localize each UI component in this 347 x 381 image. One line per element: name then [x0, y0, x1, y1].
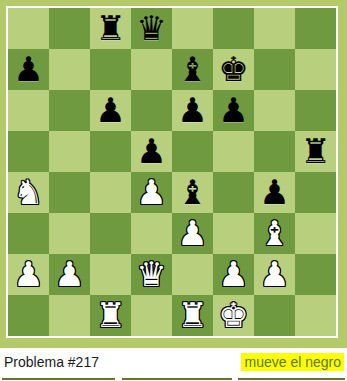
square-b8[interactable]: [49, 8, 90, 49]
piece-black-bishop[interactable]: ♝: [172, 49, 213, 90]
piece-white-rook[interactable]: ♜: [90, 295, 131, 336]
piece-black-pawn[interactable]: ♟: [8, 49, 49, 90]
piece-white-queen[interactable]: ♛: [131, 254, 172, 295]
piece-black-rook[interactable]: ♜: [90, 8, 131, 49]
square-b3[interactable]: [49, 213, 90, 254]
chess-board-frame: ♜♛♟♝♚♟♟♟♟♜♞♟♝♟♟♝♟♟♛♟♟♜♜♚: [0, 0, 347, 348]
square-b4[interactable]: [49, 172, 90, 213]
square-a4[interactable]: ♞: [8, 172, 49, 213]
piece-black-pawn[interactable]: ♟: [254, 172, 295, 213]
piece-white-pawn[interactable]: ♟: [213, 254, 254, 295]
button-top-edge-middle: [122, 378, 232, 380]
button-top-edge-right: [238, 378, 345, 380]
square-h2[interactable]: [295, 254, 336, 295]
piece-black-rook[interactable]: ♜: [295, 131, 336, 172]
square-b2[interactable]: ♟: [49, 254, 90, 295]
square-d4[interactable]: ♟: [131, 172, 172, 213]
square-c5[interactable]: [90, 131, 131, 172]
square-c8[interactable]: ♜: [90, 8, 131, 49]
piece-white-pawn[interactable]: ♟: [254, 254, 295, 295]
square-h5[interactable]: ♜: [295, 131, 336, 172]
piece-black-bishop[interactable]: ♝: [172, 172, 213, 213]
square-h4[interactable]: [295, 172, 336, 213]
square-f4[interactable]: [213, 172, 254, 213]
square-c3[interactable]: [90, 213, 131, 254]
piece-white-knight[interactable]: ♞: [8, 172, 49, 213]
square-d5[interactable]: ♟: [131, 131, 172, 172]
square-b7[interactable]: [49, 49, 90, 90]
square-f6[interactable]: ♟: [213, 90, 254, 131]
square-f8[interactable]: [213, 8, 254, 49]
square-h8[interactable]: [295, 8, 336, 49]
square-g4[interactable]: ♟: [254, 172, 295, 213]
square-h3[interactable]: [295, 213, 336, 254]
status-bar: Problema #217 mueve el negro: [0, 348, 347, 374]
square-b1[interactable]: [49, 295, 90, 336]
square-f2[interactable]: ♟: [213, 254, 254, 295]
piece-white-rook[interactable]: ♜: [172, 295, 213, 336]
square-c4[interactable]: [90, 172, 131, 213]
piece-white-bishop[interactable]: ♝: [254, 213, 295, 254]
piece-black-king[interactable]: ♚: [213, 49, 254, 90]
square-d1[interactable]: [131, 295, 172, 336]
square-f3[interactable]: [213, 213, 254, 254]
square-c1[interactable]: ♜: [90, 295, 131, 336]
square-f7[interactable]: ♚: [213, 49, 254, 90]
square-b6[interactable]: [49, 90, 90, 131]
square-d7[interactable]: [131, 49, 172, 90]
square-e8[interactable]: [172, 8, 213, 49]
square-h6[interactable]: [295, 90, 336, 131]
square-d2[interactable]: ♛: [131, 254, 172, 295]
piece-white-pawn[interactable]: ♟: [131, 172, 172, 213]
piece-white-pawn[interactable]: ♟: [49, 254, 90, 295]
chess-board: ♜♛♟♝♚♟♟♟♟♜♞♟♝♟♟♝♟♟♛♟♟♜♜♚: [6, 6, 338, 338]
square-f5[interactable]: [213, 131, 254, 172]
square-d6[interactable]: [131, 90, 172, 131]
square-g3[interactable]: ♝: [254, 213, 295, 254]
problem-title: Problema #217: [4, 354, 99, 370]
square-g6[interactable]: [254, 90, 295, 131]
square-a3[interactable]: [8, 213, 49, 254]
square-e7[interactable]: ♝: [172, 49, 213, 90]
square-a8[interactable]: [8, 8, 49, 49]
square-g8[interactable]: [254, 8, 295, 49]
square-g2[interactable]: ♟: [254, 254, 295, 295]
square-a7[interactable]: ♟: [8, 49, 49, 90]
square-c2[interactable]: [90, 254, 131, 295]
square-e6[interactable]: ♟: [172, 90, 213, 131]
square-c6[interactable]: ♟: [90, 90, 131, 131]
square-a1[interactable]: [8, 295, 49, 336]
piece-black-pawn[interactable]: ♟: [172, 90, 213, 131]
piece-white-pawn[interactable]: ♟: [8, 254, 49, 295]
square-e2[interactable]: [172, 254, 213, 295]
square-e4[interactable]: ♝: [172, 172, 213, 213]
piece-black-pawn[interactable]: ♟: [213, 90, 254, 131]
square-a6[interactable]: [8, 90, 49, 131]
piece-white-king[interactable]: ♚: [213, 295, 254, 336]
turn-indicator-badge: mueve el negro: [241, 353, 344, 371]
piece-black-queen[interactable]: ♛: [131, 8, 172, 49]
button-top-edge-left: [2, 378, 115, 380]
square-b5[interactable]: [49, 131, 90, 172]
square-e1[interactable]: ♜: [172, 295, 213, 336]
square-g1[interactable]: [254, 295, 295, 336]
square-a5[interactable]: [8, 131, 49, 172]
piece-black-pawn[interactable]: ♟: [90, 90, 131, 131]
square-h7[interactable]: [295, 49, 336, 90]
square-g7[interactable]: [254, 49, 295, 90]
square-e5[interactable]: [172, 131, 213, 172]
square-d3[interactable]: [131, 213, 172, 254]
square-c7[interactable]: [90, 49, 131, 90]
square-a2[interactable]: ♟: [8, 254, 49, 295]
square-d8[interactable]: ♛: [131, 8, 172, 49]
square-f1[interactable]: ♚: [213, 295, 254, 336]
piece-white-pawn[interactable]: ♟: [172, 213, 213, 254]
square-e3[interactable]: ♟: [172, 213, 213, 254]
chess-problem-widget: ♜♛♟♝♚♟♟♟♟♜♞♟♝♟♟♝♟♟♛♟♟♜♜♚ Problema #217 m…: [0, 0, 347, 381]
square-g5[interactable]: [254, 131, 295, 172]
square-h1[interactable]: [295, 295, 336, 336]
piece-black-pawn[interactable]: ♟: [131, 131, 172, 172]
